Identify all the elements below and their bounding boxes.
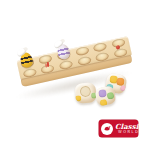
die-spot	[100, 99, 108, 106]
color-die-left[interactable]	[74, 82, 96, 103]
bird-icon	[103, 124, 112, 133]
sprout-marking	[47, 62, 49, 67]
pit-r1c2[interactable]	[39, 54, 53, 65]
pit-r1c1[interactable]	[20, 58, 34, 69]
die-spot	[75, 95, 81, 101]
bee-wing	[53, 39, 64, 49]
logo-brand-name: Classic	[115, 123, 143, 130]
pit-r1c3[interactable]	[57, 50, 71, 61]
die-spot	[120, 85, 127, 92]
pit-r1c4[interactable]	[75, 46, 89, 57]
yellow-bee[interactable]	[19, 52, 34, 69]
die-spot	[98, 89, 107, 98]
logo-text: Classic WORLD	[115, 123, 143, 135]
classic-world-logo: Classic WORLD	[99, 120, 138, 137]
purple-bee[interactable]	[56, 43, 71, 60]
color-die-right[interactable]	[95, 86, 117, 107]
bee-wing	[16, 48, 27, 58]
die-spot	[80, 86, 92, 98]
product-photo: Classic WORLD	[0, 0, 150, 150]
logo-bird-badge	[101, 123, 113, 135]
pit-r1c5[interactable]	[93, 42, 107, 53]
die-spot	[107, 92, 115, 100]
logo-brand-subname: WORLD	[118, 131, 139, 135]
